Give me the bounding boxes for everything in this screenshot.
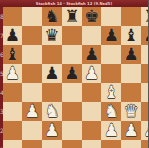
square-f3[interactable]: ♞ bbox=[101, 102, 121, 121]
square-e3[interactable] bbox=[82, 102, 102, 121]
black-rook-h8-piece[interactable]: ♜ bbox=[141, 7, 148, 26]
rank-label-7: 7 bbox=[0, 26, 3, 45]
square-g7[interactable]: ♝ bbox=[121, 26, 141, 45]
black-king-e8-piece[interactable]: ♚ bbox=[82, 7, 102, 26]
square-a4[interactable] bbox=[3, 83, 23, 102]
square-e2[interactable] bbox=[82, 121, 102, 140]
square-h2[interactable]: ♟ bbox=[141, 121, 148, 140]
rank-label-1: 1 bbox=[0, 140, 3, 148]
square-h7[interactable]: ♟ bbox=[141, 26, 148, 45]
square-d1[interactable] bbox=[62, 140, 82, 148]
square-a6[interactable]: ♝ bbox=[3, 45, 23, 64]
square-b6[interactable] bbox=[22, 45, 42, 64]
black-pawn-a7-piece[interactable]: ♟ bbox=[3, 26, 23, 45]
square-e1[interactable] bbox=[82, 140, 102, 148]
square-h5[interactable] bbox=[141, 64, 148, 83]
square-h1[interactable] bbox=[141, 140, 148, 148]
rank-label-8: 8 bbox=[0, 7, 3, 26]
square-f4[interactable]: ♝ bbox=[101, 83, 121, 102]
square-a5[interactable]: ♟ bbox=[3, 64, 23, 83]
square-f8[interactable] bbox=[101, 7, 121, 26]
square-f7[interactable]: ♟ bbox=[101, 26, 121, 45]
square-e5[interactable]: ♟ bbox=[82, 64, 102, 83]
square-a3[interactable] bbox=[3, 102, 23, 121]
rank-label-4: 4 bbox=[0, 83, 3, 102]
square-d8[interactable]: ♜ bbox=[62, 7, 82, 26]
square-g6[interactable]: ♟ bbox=[121, 45, 141, 64]
square-b1[interactable] bbox=[22, 140, 42, 148]
white-pawn-g2-piece[interactable]: ♟ bbox=[121, 121, 141, 140]
square-e7[interactable] bbox=[82, 26, 102, 45]
white-knight-c3-piece[interactable]: ♞ bbox=[42, 102, 62, 121]
square-a1[interactable] bbox=[3, 140, 23, 148]
square-g3[interactable]: ♛ bbox=[121, 102, 141, 121]
black-bishop-g7-piece[interactable]: ♝ bbox=[121, 26, 141, 45]
square-b3[interactable]: ♟ bbox=[22, 102, 42, 121]
square-c8[interactable]: ♞ bbox=[42, 7, 62, 26]
square-f5[interactable] bbox=[101, 64, 121, 83]
white-queen-g3-piece[interactable]: ♛ bbox=[121, 102, 141, 121]
square-b7[interactable] bbox=[22, 26, 42, 45]
square-b4[interactable] bbox=[22, 83, 42, 102]
square-g4[interactable] bbox=[121, 83, 141, 102]
rank-label-3: 3 bbox=[0, 102, 3, 121]
square-g1[interactable] bbox=[121, 140, 141, 148]
white-pawn-e5-piece[interactable]: ♟ bbox=[82, 64, 102, 83]
square-d3[interactable] bbox=[62, 102, 82, 121]
black-rook-d8-piece[interactable]: ♜ bbox=[62, 7, 82, 26]
square-h8[interactable]: ♜ bbox=[141, 7, 148, 26]
square-c1[interactable] bbox=[42, 140, 62, 148]
black-pawn-d5-piece[interactable]: ♟ bbox=[62, 64, 82, 83]
square-d5[interactable]: ♟ bbox=[62, 64, 82, 83]
black-pawn-g6-piece[interactable]: ♟ bbox=[121, 45, 141, 64]
white-pawn-f2-piece[interactable]: ♟ bbox=[101, 121, 121, 140]
square-c4[interactable] bbox=[42, 83, 62, 102]
black-knight-c8-piece[interactable]: ♞ bbox=[42, 7, 62, 26]
rank-label-5: 5 bbox=[0, 64, 3, 83]
window-title: Stockfish 14 - Stockfish 12 (9.Nxd5) bbox=[36, 1, 112, 5]
black-queen-c7-piece[interactable]: ♛ bbox=[42, 26, 62, 45]
black-pawn-c5-piece[interactable]: ♟ bbox=[42, 64, 62, 83]
square-c3[interactable]: ♞ bbox=[42, 102, 62, 121]
square-c2[interactable]: ♟ bbox=[42, 121, 62, 140]
window-title-bar[interactable]: Stockfish 14 - Stockfish 12 (9.Nxd5) bbox=[0, 0, 148, 7]
square-e6[interactable]: ♟ bbox=[82, 45, 102, 64]
square-c7[interactable]: ♛ bbox=[42, 26, 62, 45]
square-g5[interactable] bbox=[121, 64, 141, 83]
chess-window: Stockfish 14 - Stockfish 12 (9.Nxd5) 876… bbox=[0, 0, 148, 148]
square-a2[interactable] bbox=[3, 121, 23, 140]
white-pawn-b3-piece[interactable]: ♟ bbox=[22, 102, 42, 121]
square-d4[interactable] bbox=[62, 83, 82, 102]
rank-coordinates-strip: 87654321 bbox=[0, 7, 3, 148]
square-d7[interactable] bbox=[62, 26, 82, 45]
black-pawn-h7-piece[interactable]: ♟ bbox=[141, 26, 148, 45]
black-bishop-a6-piece[interactable]: ♝ bbox=[3, 45, 23, 64]
square-d2[interactable] bbox=[62, 121, 82, 140]
square-d6[interactable] bbox=[62, 45, 82, 64]
square-a8[interactable] bbox=[3, 7, 23, 26]
square-e4[interactable] bbox=[82, 83, 102, 102]
square-b5[interactable] bbox=[22, 64, 42, 83]
white-pawn-h2-piece[interactable]: ♟ bbox=[141, 121, 148, 140]
black-pawn-e6-piece[interactable]: ♟ bbox=[82, 45, 102, 64]
square-f2[interactable]: ♟ bbox=[101, 121, 121, 140]
square-b2[interactable] bbox=[22, 121, 42, 140]
square-b8[interactable] bbox=[22, 7, 42, 26]
square-f6[interactable] bbox=[101, 45, 121, 64]
square-h4[interactable] bbox=[141, 83, 148, 102]
rank-label-6: 6 bbox=[0, 45, 3, 64]
white-pawn-c2-piece[interactable]: ♟ bbox=[42, 121, 62, 140]
chess-board[interactable]: ♞♜♚♜♟♛♟♝♟♝♟♟♟♟♟♟♝♟♞♞♛♟♟♟♟ bbox=[3, 7, 149, 148]
square-f1[interactable] bbox=[101, 140, 121, 148]
white-bishop-f4-piece[interactable]: ♝ bbox=[101, 83, 121, 102]
square-e8[interactable]: ♚ bbox=[82, 7, 102, 26]
white-pawn-a5-piece[interactable]: ♟ bbox=[3, 64, 23, 83]
rank-label-2: 2 bbox=[0, 121, 3, 140]
square-g2[interactable]: ♟ bbox=[121, 121, 141, 140]
black-pawn-f7-piece[interactable]: ♟ bbox=[101, 26, 121, 45]
square-h6[interactable] bbox=[141, 45, 148, 64]
square-c5[interactable]: ♟ bbox=[42, 64, 62, 83]
square-h3[interactable] bbox=[141, 102, 148, 121]
square-a7[interactable]: ♟ bbox=[3, 26, 23, 45]
square-c6[interactable] bbox=[42, 45, 62, 64]
white-knight-f3-piece[interactable]: ♞ bbox=[101, 102, 121, 121]
square-g8[interactable] bbox=[121, 7, 141, 26]
